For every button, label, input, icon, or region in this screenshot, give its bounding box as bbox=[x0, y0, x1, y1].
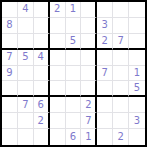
sudoku-cell-r4c7[interactable] bbox=[97, 50, 113, 66]
sudoku-cell-r9c7[interactable] bbox=[97, 129, 113, 145]
sudoku-cell-r7c7[interactable] bbox=[97, 97, 113, 113]
sudoku-cell-r9c3[interactable] bbox=[34, 129, 50, 145]
given-digit: 7 bbox=[117, 36, 123, 46]
sudoku-cell-r8c6[interactable]: 7 bbox=[81, 113, 97, 129]
given-digit: 2 bbox=[102, 36, 108, 46]
sudoku-cell-r9c8[interactable]: 2 bbox=[113, 129, 129, 145]
given-digit: 5 bbox=[22, 52, 28, 62]
sudoku-cell-r3c8[interactable]: 7 bbox=[113, 34, 129, 50]
sudoku-cell-r3c9[interactable] bbox=[129, 34, 145, 50]
given-digit: 2 bbox=[117, 132, 123, 142]
sudoku-cell-r4c4[interactable] bbox=[50, 50, 66, 66]
sudoku-cell-r4c8[interactable] bbox=[113, 50, 129, 66]
sudoku-cell-r8c2[interactable] bbox=[18, 113, 34, 129]
given-digit: 9 bbox=[6, 68, 12, 78]
sudoku-cell-r8c5[interactable] bbox=[66, 113, 82, 129]
sudoku-cell-r1c2[interactable]: 4 bbox=[18, 2, 34, 18]
sudoku-cell-r4c9[interactable] bbox=[129, 50, 145, 66]
sudoku-cell-r9c9[interactable] bbox=[129, 129, 145, 145]
given-digit: 6 bbox=[70, 132, 76, 142]
sudoku-cell-r6c5[interactable] bbox=[66, 81, 82, 97]
given-digit: 3 bbox=[102, 20, 108, 30]
given-digit: 7 bbox=[6, 52, 12, 62]
given-digit: 7 bbox=[102, 68, 108, 78]
sudoku-cell-r7c5[interactable] bbox=[66, 97, 82, 113]
sudoku-cell-r6c6[interactable] bbox=[81, 81, 97, 97]
sudoku-cell-r7c1[interactable] bbox=[2, 97, 18, 113]
sudoku-cell-r9c5[interactable]: 6 bbox=[66, 129, 82, 145]
sudoku-board: 421835277549715762273612 bbox=[0, 0, 147, 147]
sudoku-cell-r2c1[interactable]: 8 bbox=[2, 18, 18, 34]
sudoku-cell-r6c8[interactable] bbox=[113, 81, 129, 97]
sudoku-cell-r3c6[interactable] bbox=[81, 34, 97, 50]
sudoku-cell-r6c7[interactable] bbox=[97, 81, 113, 97]
given-digit: 7 bbox=[85, 116, 91, 126]
sudoku-cell-r3c5[interactable]: 5 bbox=[66, 34, 82, 50]
sudoku-cell-r5c9[interactable]: 1 bbox=[129, 66, 145, 82]
sudoku-cell-r6c2[interactable] bbox=[18, 81, 34, 97]
sudoku-cell-r2c5[interactable] bbox=[66, 18, 82, 34]
sudoku-cell-r2c4[interactable] bbox=[50, 18, 66, 34]
sudoku-cell-r5c7[interactable]: 7 bbox=[97, 66, 113, 82]
sudoku-cell-r5c5[interactable] bbox=[66, 66, 82, 82]
given-digit: 1 bbox=[70, 4, 76, 14]
sudoku-cell-r2c2[interactable] bbox=[18, 18, 34, 34]
sudoku-cell-r3c1[interactable] bbox=[2, 34, 18, 50]
sudoku-cell-r4c6[interactable] bbox=[81, 50, 97, 66]
given-digit: 4 bbox=[22, 4, 28, 14]
sudoku-cell-r2c9[interactable] bbox=[129, 18, 145, 34]
given-digit: 4 bbox=[38, 52, 44, 62]
sudoku-cell-r1c5[interactable]: 1 bbox=[66, 2, 82, 18]
sudoku-cell-r6c3[interactable] bbox=[34, 81, 50, 97]
given-digit: 1 bbox=[134, 68, 140, 78]
sudoku-cell-r9c2[interactable] bbox=[18, 129, 34, 145]
sudoku-cell-r6c9[interactable]: 5 bbox=[129, 81, 145, 97]
given-digit: 1 bbox=[85, 132, 91, 142]
sudoku-cell-r2c6[interactable] bbox=[81, 18, 97, 34]
sudoku-cell-r3c3[interactable] bbox=[34, 34, 50, 50]
sudoku-cell-r9c1[interactable] bbox=[2, 129, 18, 145]
given-digit: 5 bbox=[70, 36, 76, 46]
sudoku-cell-r5c6[interactable] bbox=[81, 66, 97, 82]
sudoku-cell-r7c4[interactable] bbox=[50, 97, 66, 113]
sudoku-cell-r2c3[interactable] bbox=[34, 18, 50, 34]
sudoku-cell-r3c7[interactable]: 2 bbox=[97, 34, 113, 50]
sudoku-cell-r7c3[interactable]: 6 bbox=[34, 97, 50, 113]
sudoku-cell-r1c3[interactable] bbox=[34, 2, 50, 18]
sudoku-cell-r2c8[interactable] bbox=[113, 18, 129, 34]
sudoku-cell-r8c4[interactable] bbox=[50, 113, 66, 129]
sudoku-cell-r4c1[interactable]: 7 bbox=[2, 50, 18, 66]
sudoku-cell-r5c3[interactable] bbox=[34, 66, 50, 82]
sudoku-cell-r3c4[interactable] bbox=[50, 34, 66, 50]
given-digit: 8 bbox=[6, 20, 12, 30]
sudoku-cell-r8c7[interactable] bbox=[97, 113, 113, 129]
sudoku-cell-r9c4[interactable] bbox=[50, 129, 66, 145]
sudoku-cell-r1c8[interactable] bbox=[113, 2, 129, 18]
sudoku-cell-r1c4[interactable]: 2 bbox=[50, 2, 66, 18]
sudoku-cell-r8c1[interactable] bbox=[2, 113, 18, 129]
sudoku-cell-r1c6[interactable] bbox=[81, 2, 97, 18]
sudoku-cell-r1c7[interactable] bbox=[97, 2, 113, 18]
sudoku-cell-r8c3[interactable]: 2 bbox=[34, 113, 50, 129]
sudoku-cell-r2c7[interactable]: 3 bbox=[97, 18, 113, 34]
sudoku-cell-r7c6[interactable]: 2 bbox=[81, 97, 97, 113]
sudoku-cell-r4c5[interactable] bbox=[66, 50, 82, 66]
sudoku-cell-r6c4[interactable] bbox=[50, 81, 66, 97]
sudoku-cell-r5c8[interactable] bbox=[113, 66, 129, 82]
sudoku-cell-r1c1[interactable] bbox=[2, 2, 18, 18]
sudoku-cell-r8c9[interactable]: 3 bbox=[129, 113, 145, 129]
given-digit: 2 bbox=[54, 4, 60, 14]
given-digit: 2 bbox=[38, 116, 44, 126]
sudoku-cell-r3c2[interactable] bbox=[18, 34, 34, 50]
sudoku-cell-r4c2[interactable]: 5 bbox=[18, 50, 34, 66]
sudoku-cell-r7c8[interactable] bbox=[113, 97, 129, 113]
sudoku-cell-r8c8[interactable] bbox=[113, 113, 129, 129]
sudoku-cell-r6c1[interactable] bbox=[2, 81, 18, 97]
given-digit: 3 bbox=[134, 116, 140, 126]
sudoku-cell-r9c6[interactable]: 1 bbox=[81, 129, 97, 145]
sudoku-cell-r5c1[interactable]: 9 bbox=[2, 66, 18, 82]
given-digit: 5 bbox=[134, 83, 140, 93]
sudoku-cell-r5c4[interactable] bbox=[50, 66, 66, 82]
sudoku-cell-r4c3[interactable]: 4 bbox=[34, 50, 50, 66]
sudoku-cell-r7c2[interactable]: 7 bbox=[18, 97, 34, 113]
given-digit: 2 bbox=[85, 100, 91, 110]
sudoku-cell-r1c9[interactable] bbox=[129, 2, 145, 18]
given-digit: 6 bbox=[38, 100, 44, 110]
given-digit: 7 bbox=[22, 100, 28, 110]
sudoku-cell-r5c2[interactable] bbox=[18, 66, 34, 82]
sudoku-cell-r7c9[interactable] bbox=[129, 97, 145, 113]
